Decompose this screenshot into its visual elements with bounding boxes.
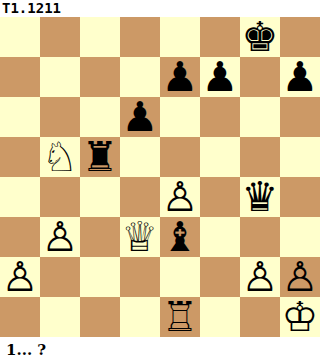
square-f2[interactable] [200, 257, 240, 297]
square-c7[interactable] [80, 57, 120, 97]
black-rook[interactable]: ♜ [82, 137, 119, 177]
square-f4[interactable] [200, 177, 240, 217]
chess-board: ♚♟♟♟♟♘♜♙♛♙♕♝♙♙♙♖♔ [0, 17, 320, 337]
square-a2[interactable]: ♙ [0, 257, 40, 297]
square-h7[interactable]: ♟ [280, 57, 320, 97]
square-a8[interactable] [0, 17, 40, 57]
white-pawn[interactable]: ♙ [162, 177, 199, 217]
puzzle-id: T1.1211 [0, 0, 320, 17]
square-e1[interactable]: ♖ [160, 297, 200, 337]
black-pawn[interactable]: ♟ [282, 57, 319, 97]
square-d4[interactable] [120, 177, 160, 217]
square-h6[interactable] [280, 97, 320, 137]
square-g2[interactable]: ♙ [240, 257, 280, 297]
square-f7[interactable]: ♟ [200, 57, 240, 97]
black-pawn[interactable]: ♟ [122, 97, 159, 137]
black-pawn[interactable]: ♟ [202, 57, 239, 97]
white-pawn[interactable]: ♙ [242, 257, 279, 297]
square-g8[interactable]: ♚ [240, 17, 280, 57]
square-h8[interactable] [280, 17, 320, 57]
square-b6[interactable] [40, 97, 80, 137]
square-f6[interactable] [200, 97, 240, 137]
black-king[interactable]: ♚ [242, 17, 279, 57]
square-f3[interactable] [200, 217, 240, 257]
square-h3[interactable] [280, 217, 320, 257]
square-e3[interactable]: ♝ [160, 217, 200, 257]
square-b2[interactable] [40, 257, 80, 297]
square-a1[interactable] [0, 297, 40, 337]
square-d1[interactable] [120, 297, 160, 337]
square-a4[interactable] [0, 177, 40, 217]
square-e8[interactable] [160, 17, 200, 57]
square-g5[interactable] [240, 137, 280, 177]
square-d3[interactable]: ♕ [120, 217, 160, 257]
square-c2[interactable] [80, 257, 120, 297]
square-b1[interactable] [40, 297, 80, 337]
square-b8[interactable] [40, 17, 80, 57]
square-d8[interactable] [120, 17, 160, 57]
square-a5[interactable] [0, 137, 40, 177]
square-c4[interactable] [80, 177, 120, 217]
square-a7[interactable] [0, 57, 40, 97]
square-f8[interactable] [200, 17, 240, 57]
square-c1[interactable] [80, 297, 120, 337]
square-d2[interactable] [120, 257, 160, 297]
square-f1[interactable] [200, 297, 240, 337]
square-e7[interactable]: ♟ [160, 57, 200, 97]
white-queen[interactable]: ♕ [122, 217, 159, 257]
white-pawn[interactable]: ♙ [42, 217, 79, 257]
square-d6[interactable]: ♟ [120, 97, 160, 137]
white-king[interactable]: ♔ [282, 297, 319, 337]
square-d7[interactable] [120, 57, 160, 97]
square-c8[interactable] [80, 17, 120, 57]
square-h1[interactable]: ♔ [280, 297, 320, 337]
square-c3[interactable] [80, 217, 120, 257]
move-prompt: 1... ? [0, 337, 320, 359]
white-knight[interactable]: ♘ [42, 137, 79, 177]
white-pawn[interactable]: ♙ [2, 257, 39, 297]
black-bishop[interactable]: ♝ [162, 217, 199, 257]
square-b3[interactable]: ♙ [40, 217, 80, 257]
square-g1[interactable] [240, 297, 280, 337]
white-pawn[interactable]: ♙ [282, 257, 319, 297]
white-rook[interactable]: ♖ [162, 297, 199, 337]
square-c5[interactable]: ♜ [80, 137, 120, 177]
square-f5[interactable] [200, 137, 240, 177]
square-g3[interactable] [240, 217, 280, 257]
square-g7[interactable] [240, 57, 280, 97]
square-e5[interactable] [160, 137, 200, 177]
square-a6[interactable] [0, 97, 40, 137]
square-b5[interactable]: ♘ [40, 137, 80, 177]
square-h2[interactable]: ♙ [280, 257, 320, 297]
square-c6[interactable] [80, 97, 120, 137]
square-e4[interactable]: ♙ [160, 177, 200, 217]
square-a3[interactable] [0, 217, 40, 257]
square-g6[interactable] [240, 97, 280, 137]
square-e2[interactable] [160, 257, 200, 297]
black-pawn[interactable]: ♟ [162, 57, 199, 97]
square-h5[interactable] [280, 137, 320, 177]
square-d5[interactable] [120, 137, 160, 177]
square-h4[interactable] [280, 177, 320, 217]
black-queen[interactable]: ♛ [242, 177, 279, 217]
square-b7[interactable] [40, 57, 80, 97]
square-b4[interactable] [40, 177, 80, 217]
square-g4[interactable]: ♛ [240, 177, 280, 217]
square-e6[interactable] [160, 97, 200, 137]
